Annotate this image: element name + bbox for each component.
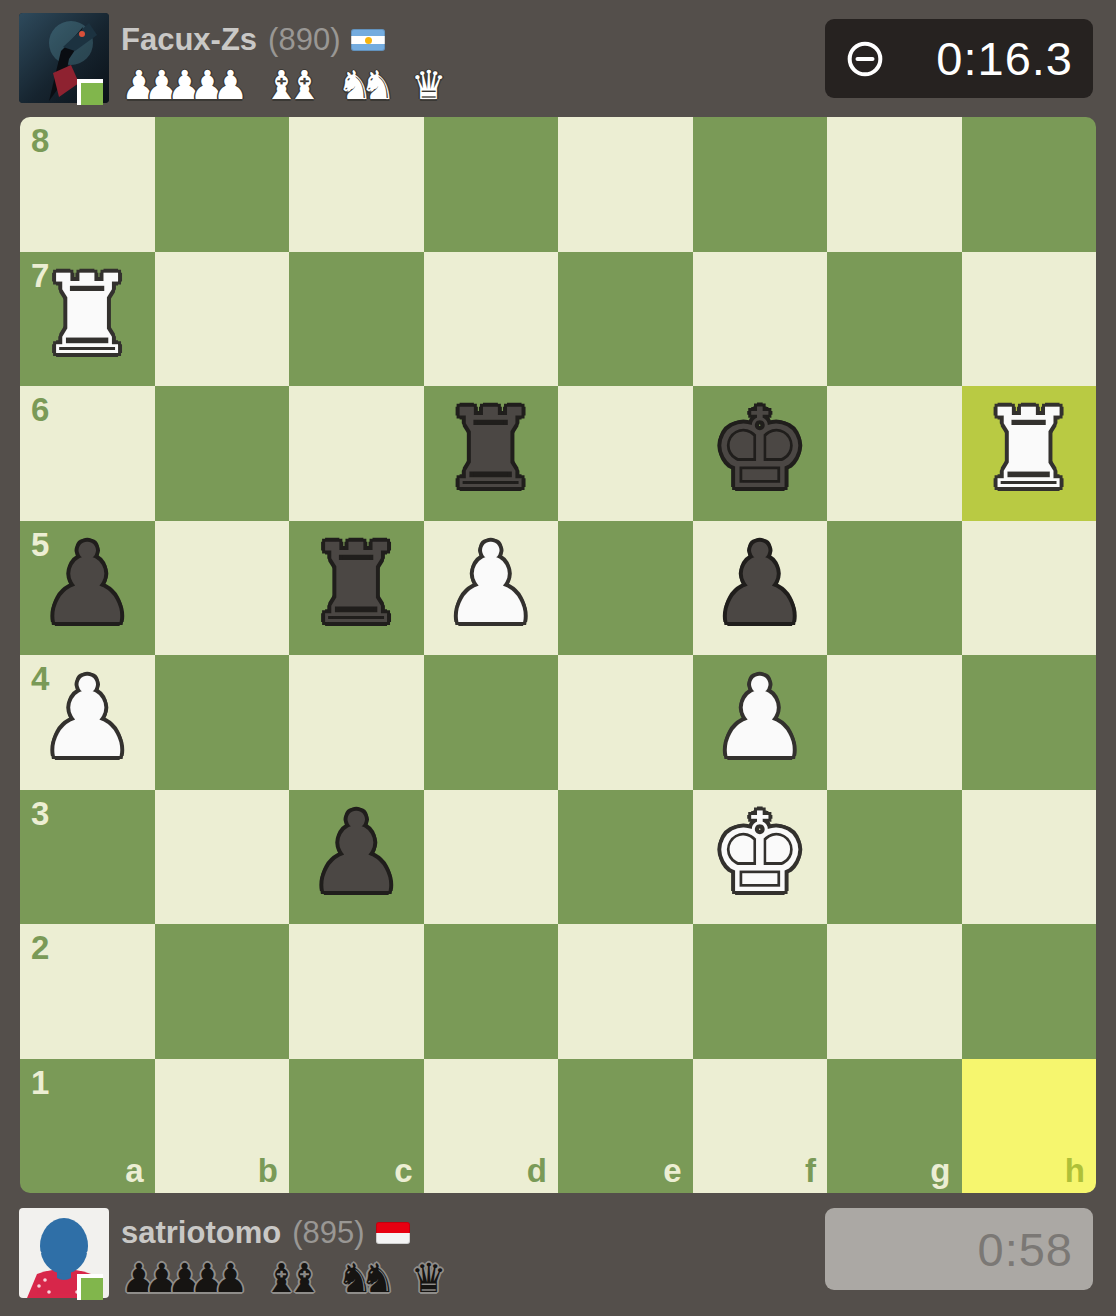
square-b5[interactable] [155, 521, 290, 656]
square-f4[interactable]: ♟ [693, 655, 828, 790]
bottom-captured-pieces: ♟♟♟♟♟♝♝♞♞♛ [121, 1257, 462, 1299]
captured-queen-group: ♛ [411, 1257, 447, 1299]
file-label-d: d [527, 1152, 547, 1190]
file-label-g: g [930, 1152, 950, 1190]
square-c7[interactable] [289, 252, 424, 387]
square-h8[interactable] [962, 117, 1097, 252]
square-a8[interactable]: 8 [20, 117, 155, 252]
square-d1[interactable]: d [424, 1059, 559, 1194]
captured-knight-group: ♞♞ [337, 64, 396, 106]
square-c3[interactable]: ♟ [289, 790, 424, 925]
file-label-a: a [125, 1152, 143, 1190]
square-c4[interactable] [289, 655, 424, 790]
square-e2[interactable] [558, 924, 693, 1059]
bottom-player-info: satriotomo (895) ♟♟♟♟♟♝♝♞♞♛ [121, 1215, 462, 1299]
top-captured-pieces: ♟♟♟♟♟♝♝♞♞♛ [121, 64, 462, 106]
file-label-h: h [1065, 1152, 1085, 1190]
square-e8[interactable] [558, 117, 693, 252]
square-h2[interactable] [962, 924, 1097, 1059]
piece-white-pawn-a4[interactable]: ♟ [38, 663, 137, 773]
captured-knight-group: ♞♞ [337, 1257, 396, 1299]
bottom-player-name[interactable]: satriotomo [121, 1215, 281, 1251]
square-b8[interactable] [155, 117, 290, 252]
piece-black-rook-d6[interactable]: ♜ [441, 394, 540, 504]
indonesia-flag-icon [376, 1222, 410, 1244]
square-d2[interactable] [424, 924, 559, 1059]
square-b4[interactable] [155, 655, 290, 790]
square-g7[interactable] [827, 252, 962, 387]
rank-label-2: 2 [31, 929, 49, 967]
bottom-player-bar: satriotomo (895) ♟♟♟♟♟♝♝♞♞♛ 0:58 [0, 1193, 1116, 1316]
square-h6[interactable]: ♜ [962, 386, 1097, 521]
square-h4[interactable] [962, 655, 1097, 790]
square-h7[interactable] [962, 252, 1097, 387]
piece-black-pawn-f5[interactable]: ♟ [710, 529, 809, 639]
piece-white-king-f3[interactable]: ♚ [710, 798, 809, 908]
piece-black-pawn-a5[interactable]: ♟ [38, 529, 137, 639]
captured-knight-icon: ♞ [360, 64, 396, 106]
square-c1[interactable]: c [289, 1059, 424, 1194]
top-player-avatar[interactable] [19, 13, 109, 103]
rank-label-6: 6 [31, 391, 49, 429]
rank-label-8: 8 [31, 122, 49, 160]
piece-black-king-f6[interactable]: ♚ [710, 394, 809, 504]
square-g3[interactable] [827, 790, 962, 925]
square-d5[interactable]: ♟ [424, 521, 559, 656]
bottom-player-clock: 0:58 [825, 1208, 1093, 1290]
captured-queen-icon: ♛ [411, 64, 447, 106]
square-f8[interactable] [693, 117, 828, 252]
piece-white-rook-a7[interactable]: ♜ [38, 260, 137, 370]
top-player-clock: 0:16.3 [825, 19, 1093, 98]
captured-bishop-icon: ♝ [286, 1257, 322, 1299]
square-g8[interactable] [827, 117, 962, 252]
piece-white-pawn-f4[interactable]: ♟ [710, 663, 809, 773]
file-label-b: b [258, 1152, 278, 1190]
file-label-c: c [394, 1152, 412, 1190]
square-b3[interactable] [155, 790, 290, 925]
square-a4[interactable]: 4♟ [20, 655, 155, 790]
captured-pawn-group: ♟♟♟♟♟ [121, 64, 248, 106]
top-player-bar: Facux-Zs (890) ♟♟♟♟♟♝♝♞♞♛ 0:16.3 [0, 0, 1116, 117]
square-d4[interactable] [424, 655, 559, 790]
square-c2[interactable] [289, 924, 424, 1059]
square-d7[interactable] [424, 252, 559, 387]
captured-bishop-group: ♝♝ [263, 64, 322, 106]
square-h3[interactable] [962, 790, 1097, 925]
square-a7[interactable]: 7♜ [20, 252, 155, 387]
square-f6[interactable]: ♚ [693, 386, 828, 521]
square-b6[interactable] [155, 386, 290, 521]
square-c8[interactable] [289, 117, 424, 252]
piece-white-rook-h6[interactable]: ♜ [979, 394, 1078, 504]
square-g6[interactable] [827, 386, 962, 521]
file-label-f: f [805, 1152, 816, 1190]
square-f7[interactable] [693, 252, 828, 387]
top-player-name-row: Facux-Zs (890) [121, 22, 462, 58]
square-h5[interactable] [962, 521, 1097, 656]
captured-queen-group: ♛ [411, 64, 447, 106]
top-player-rating: (890) [268, 22, 340, 58]
square-b2[interactable] [155, 924, 290, 1059]
rank-label-1: 1 [31, 1064, 49, 1102]
rank-label-3: 3 [31, 795, 49, 833]
top-clock-time: 0:16.3 [936, 31, 1073, 86]
captured-pawn-icon: ♟ [212, 64, 248, 106]
bottom-player-rating: (895) [292, 1215, 364, 1251]
captured-queen-icon: ♛ [411, 1257, 447, 1299]
square-f3[interactable]: ♚ [693, 790, 828, 925]
square-e3[interactable] [558, 790, 693, 925]
top-player-info: Facux-Zs (890) ♟♟♟♟♟♝♝♞♞♛ [121, 22, 462, 106]
square-f1[interactable]: f [693, 1059, 828, 1194]
square-a2[interactable]: 2 [20, 924, 155, 1059]
square-d8[interactable] [424, 117, 559, 252]
square-g2[interactable] [827, 924, 962, 1059]
square-a3[interactable]: 3 [20, 790, 155, 925]
captured-knight-icon: ♞ [360, 1257, 396, 1299]
captured-bishop-icon: ♝ [286, 64, 322, 106]
square-b7[interactable] [155, 252, 290, 387]
top-player-status-badge [77, 79, 103, 105]
square-c6[interactable] [289, 386, 424, 521]
square-d3[interactable] [424, 790, 559, 925]
square-e5[interactable] [558, 521, 693, 656]
chess-app-screen: Facux-Zs (890) ♟♟♟♟♟♝♝♞♞♛ 0:16.3 87♜6♜♚♜… [0, 0, 1116, 1316]
square-h1[interactable]: h [962, 1059, 1097, 1194]
square-e1[interactable]: e [558, 1059, 693, 1194]
circle-minus-icon [845, 39, 885, 79]
captured-bishop-group: ♝♝ [263, 1257, 322, 1299]
bottom-player-name-row: satriotomo (895) [121, 1215, 462, 1251]
bottom-player-status-badge [77, 1274, 103, 1300]
square-a5[interactable]: 5♟ [20, 521, 155, 656]
argentina-flag-icon [351, 29, 385, 51]
square-a1[interactable]: 1a [20, 1059, 155, 1194]
piece-black-rook-c5[interactable]: ♜ [307, 529, 406, 639]
square-g5[interactable] [827, 521, 962, 656]
square-g4[interactable] [827, 655, 962, 790]
piece-black-pawn-c3[interactable]: ♟ [307, 798, 406, 908]
captured-pawn-group: ♟♟♟♟♟ [121, 1257, 248, 1299]
captured-pawn-icon: ♟ [212, 1257, 248, 1299]
file-label-e: e [663, 1152, 681, 1190]
square-c5[interactable]: ♜ [289, 521, 424, 656]
square-e4[interactable] [558, 655, 693, 790]
square-f2[interactable] [693, 924, 828, 1059]
square-e6[interactable] [558, 386, 693, 521]
square-d6[interactable]: ♜ [424, 386, 559, 521]
square-g1[interactable]: g [827, 1059, 962, 1194]
piece-white-pawn-d5[interactable]: ♟ [441, 529, 540, 639]
bottom-clock-time: 0:58 [978, 1222, 1073, 1277]
chess-board: 87♜6♜♚♜5♟♜♟♟4♟♟3♟♚21abcdefgh [20, 117, 1096, 1193]
square-a6[interactable]: 6 [20, 386, 155, 521]
top-player-name[interactable]: Facux-Zs [121, 22, 257, 58]
bottom-player-avatar[interactable] [19, 1208, 109, 1298]
square-b1[interactable]: b [155, 1059, 290, 1194]
square-e7[interactable] [558, 252, 693, 387]
square-f5[interactable]: ♟ [693, 521, 828, 656]
